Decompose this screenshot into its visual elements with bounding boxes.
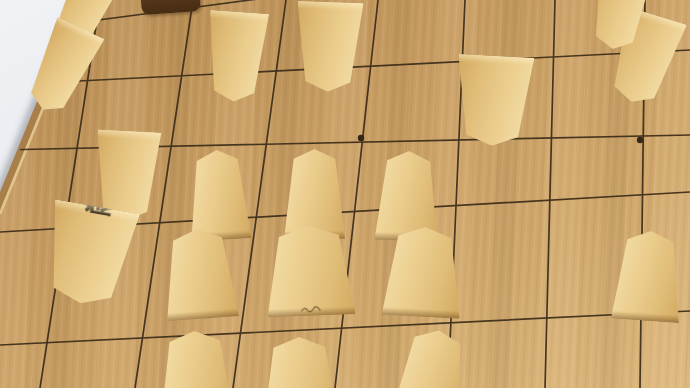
star-point [637, 137, 643, 143]
star-point [358, 135, 364, 141]
maker-mark [299, 304, 323, 314]
shogi-photo-stage: 歩兵角行王将歩兵と飛車歩兵歩兵歩兵香車玉将銀将歩兵香車桂馬金将歩兵香車 [0, 0, 690, 388]
